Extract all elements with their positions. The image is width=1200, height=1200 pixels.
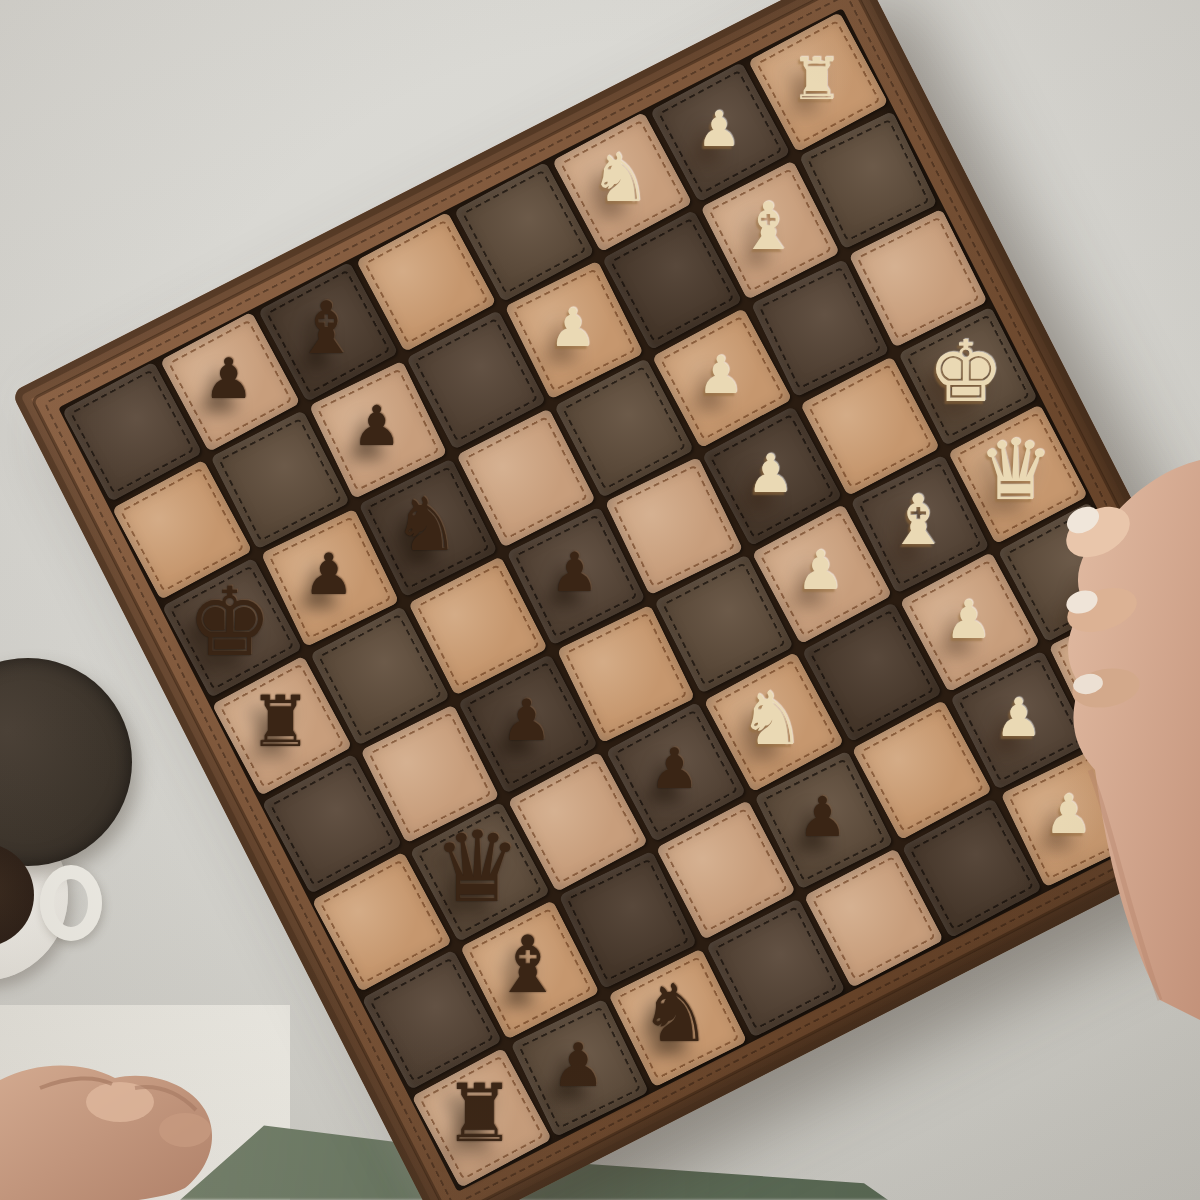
piece-black-queen-c7[interactable]: ♛ — [433, 818, 521, 916]
piece-white-bishop-g2[interactable]: ♝ — [739, 194, 798, 260]
piece-white-rook-h1[interactable]: ♜ — [791, 50, 843, 108]
piece-black-pawn-e5[interactable]: ♟ — [550, 546, 598, 600]
holding-hand[interactable] — [1010, 440, 1200, 1020]
thumb — [159, 1113, 211, 1147]
piece-white-pawn-f3[interactable]: ♟ — [697, 349, 744, 401]
resting-hand — [0, 1010, 260, 1200]
piece-white-pawn-c2[interactable]: ♟ — [945, 593, 993, 646]
piece-white-pawn-d3[interactable]: ♟ — [796, 544, 844, 598]
piece-black-pawn-g6[interactable]: ♟ — [352, 399, 401, 454]
photo-scene: ♚♛♜♜♝♝♞♞♟♟♟♟♟♟♟♟♚♛♜♜♝♝♞♞♟♟♟♟♟♟♟♟ — [0, 0, 1200, 1200]
piece-white-knight-h3[interactable]: ♞ — [590, 145, 650, 212]
piece-black-knight-a6[interactable]: ♞ — [640, 974, 712, 1054]
piece-black-pawn-b4[interactable]: ♟ — [798, 790, 847, 845]
piece-white-pawn-g4[interactable]: ♟ — [549, 301, 597, 354]
piece-black-knight-f6[interactable]: ♞ — [393, 487, 459, 561]
piece-white-knight-c4[interactable]: ♞ — [739, 681, 805, 755]
piece-white-bishop-d2[interactable]: ♝ — [887, 486, 949, 555]
piece-black-pawn-h7[interactable]: ♟ — [204, 351, 254, 407]
piece-black-pawn-f7[interactable]: ♟ — [303, 546, 354, 603]
piece-black-bishop-b7[interactable]: ♝ — [492, 926, 563, 1005]
coffee-coaster — [0, 658, 132, 866]
piece-black-pawn-d6[interactable]: ♟ — [501, 692, 552, 749]
piece-white-king-e1[interactable]: ♚ — [928, 329, 1004, 414]
piece-black-bishop-h6[interactable]: ♝ — [294, 292, 359, 364]
piece-white-pawn-h2[interactable]: ♟ — [697, 105, 741, 154]
piece-black-king-f8[interactable]: ♚ — [187, 575, 272, 670]
piece-white-pawn-e3[interactable]: ♟ — [747, 447, 795, 500]
piece-black-pawn-c5[interactable]: ♟ — [649, 741, 699, 797]
piece-black-rook-e8[interactable]: ♜ — [249, 687, 312, 757]
piece-black-rook-a8[interactable]: ♜ — [444, 1074, 516, 1154]
piece-black-pawn-a7[interactable]: ♟ — [551, 1035, 605, 1095]
mug-handle — [40, 865, 102, 941]
